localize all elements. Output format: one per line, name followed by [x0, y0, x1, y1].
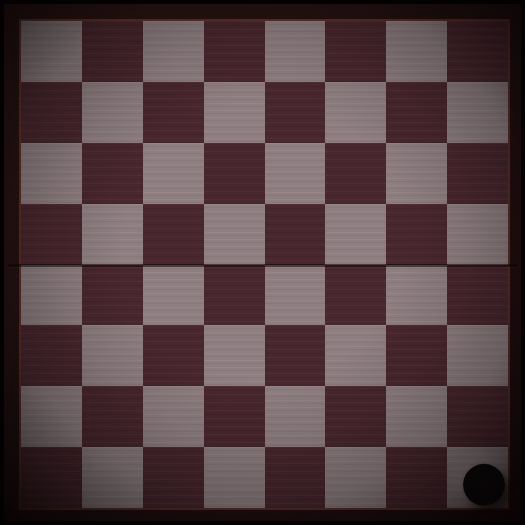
- square-f8[interactable]: [325, 21, 386, 82]
- square-c1[interactable]: [143, 447, 204, 508]
- square-c8[interactable]: [143, 21, 204, 82]
- square-d5[interactable]: [204, 204, 265, 265]
- board-photo: ●: [0, 0, 525, 525]
- square-b5[interactable]: [82, 204, 143, 265]
- black-checker-glyph: ●: [460, 453, 508, 508]
- square-b2[interactable]: [82, 386, 143, 447]
- square-h8[interactable]: [447, 21, 508, 82]
- square-g8[interactable]: [386, 21, 447, 82]
- square-a2[interactable]: [21, 386, 82, 447]
- square-d8[interactable]: [204, 21, 265, 82]
- square-c2[interactable]: [143, 386, 204, 447]
- square-d7[interactable]: [204, 82, 265, 143]
- black-checker-h1[interactable]: ●: [458, 454, 510, 506]
- square-h3[interactable]: [447, 325, 508, 386]
- square-f7[interactable]: [325, 82, 386, 143]
- square-a6[interactable]: [21, 143, 82, 204]
- square-d2[interactable]: [204, 386, 265, 447]
- square-h7[interactable]: [447, 82, 508, 143]
- square-c3[interactable]: [143, 325, 204, 386]
- square-f4[interactable]: [325, 265, 386, 326]
- square-g3[interactable]: [386, 325, 447, 386]
- square-d4[interactable]: [204, 265, 265, 326]
- square-c6[interactable]: [143, 143, 204, 204]
- square-a8[interactable]: [21, 21, 82, 82]
- square-e5[interactable]: [265, 204, 326, 265]
- square-a5[interactable]: [21, 204, 82, 265]
- square-a4[interactable]: [21, 265, 82, 326]
- square-e6[interactable]: [265, 143, 326, 204]
- square-e2[interactable]: [265, 386, 326, 447]
- square-h5[interactable]: [447, 204, 508, 265]
- square-a7[interactable]: [21, 82, 82, 143]
- square-f2[interactable]: [325, 386, 386, 447]
- square-e3[interactable]: [265, 325, 326, 386]
- square-c4[interactable]: [143, 265, 204, 326]
- square-c7[interactable]: [143, 82, 204, 143]
- square-f5[interactable]: [325, 204, 386, 265]
- square-d3[interactable]: [204, 325, 265, 386]
- square-e1[interactable]: [265, 447, 326, 508]
- square-b8[interactable]: [82, 21, 143, 82]
- square-g5[interactable]: [386, 204, 447, 265]
- square-g1[interactable]: [386, 447, 447, 508]
- square-a3[interactable]: [21, 325, 82, 386]
- board-frame: ●: [4, 4, 521, 521]
- square-e4[interactable]: [265, 265, 326, 326]
- square-g6[interactable]: [386, 143, 447, 204]
- square-f6[interactable]: [325, 143, 386, 204]
- square-f3[interactable]: [325, 325, 386, 386]
- square-b3[interactable]: [82, 325, 143, 386]
- square-b4[interactable]: [82, 265, 143, 326]
- square-a1[interactable]: [21, 447, 82, 508]
- square-d1[interactable]: [204, 447, 265, 508]
- square-h6[interactable]: [447, 143, 508, 204]
- square-h2[interactable]: [447, 386, 508, 447]
- square-b1[interactable]: [82, 447, 143, 508]
- square-h4[interactable]: [447, 265, 508, 326]
- square-g7[interactable]: [386, 82, 447, 143]
- square-f1[interactable]: [325, 447, 386, 508]
- square-b6[interactable]: [82, 143, 143, 204]
- square-b7[interactable]: [82, 82, 143, 143]
- square-d6[interactable]: [204, 143, 265, 204]
- square-e7[interactable]: [265, 82, 326, 143]
- board-fold-seam: [8, 264, 517, 267]
- square-e8[interactable]: [265, 21, 326, 82]
- square-g2[interactable]: [386, 386, 447, 447]
- square-c5[interactable]: [143, 204, 204, 265]
- square-g4[interactable]: [386, 265, 447, 326]
